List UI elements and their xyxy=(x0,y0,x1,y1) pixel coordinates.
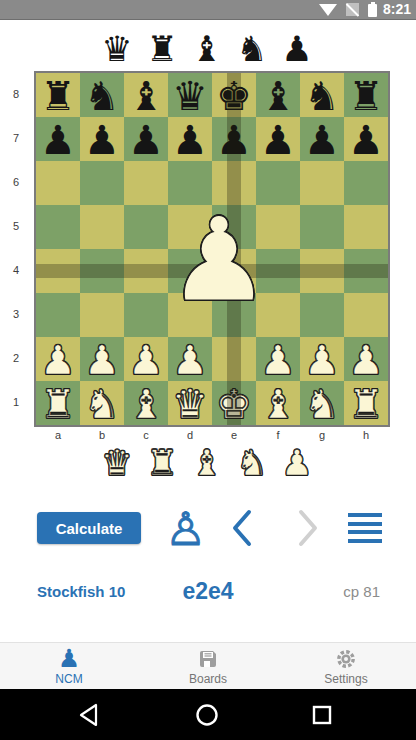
tab-boards-label: Boards xyxy=(163,672,253,686)
previous-move-icon[interactable] xyxy=(229,508,255,548)
white-bishop-picker[interactable]: ♝ xyxy=(185,444,229,482)
square-h1[interactable]: ♜ xyxy=(344,381,388,425)
white-pawn-f2[interactable]: ♟ xyxy=(256,337,300,381)
white-king-e1[interactable]: ♚ xyxy=(212,381,256,425)
square-b5[interactable] xyxy=(80,205,124,249)
battery-icon xyxy=(368,4,377,17)
square-f1[interactable]: ♝ xyxy=(256,381,300,425)
status-bar: 8:21 xyxy=(0,0,416,20)
no-sim-icon xyxy=(346,3,359,16)
square-b1[interactable]: ♞ xyxy=(80,381,124,425)
white-pawn-d2[interactable]: ♟ xyxy=(168,337,212,381)
square-f2[interactable]: ♟ xyxy=(256,337,300,381)
black-piece-picker: ♛♜♝♞♟ xyxy=(95,30,321,68)
white-pawn-c2[interactable]: ♟ xyxy=(124,337,168,381)
save-icon xyxy=(163,646,253,672)
square-e7[interactable]: ♟ xyxy=(212,117,256,161)
black-pawn-picker[interactable]: ♟ xyxy=(275,30,319,68)
square-e2[interactable] xyxy=(212,337,256,381)
file-label-g: g xyxy=(314,429,330,443)
square-b2[interactable]: ♟ xyxy=(80,337,124,381)
square-a5[interactable] xyxy=(36,205,80,249)
square-g5[interactable] xyxy=(300,205,344,249)
black-pawn-a7[interactable]: ♟ xyxy=(36,117,80,161)
white-knight-b1[interactable]: ♞ xyxy=(80,381,124,425)
white-rook-picker[interactable]: ♜ xyxy=(140,444,184,482)
square-a3[interactable] xyxy=(36,293,80,337)
rank-label-4: 4 xyxy=(8,264,24,278)
file-label-a: a xyxy=(50,429,66,443)
gear-icon xyxy=(301,646,391,672)
wifi-icon xyxy=(319,4,337,16)
square-a8[interactable]: ♜ xyxy=(36,73,80,117)
tab-bar: ♟ NCM Boards xyxy=(0,642,416,690)
white-piece-picker: ♛♜♝♞♟ xyxy=(95,444,321,482)
square-f8[interactable]: ♝ xyxy=(256,73,300,117)
rank-label-3: 3 xyxy=(8,308,24,322)
square-d7[interactable]: ♟ xyxy=(168,117,212,161)
black-queen-d8[interactable]: ♛ xyxy=(168,73,212,117)
white-knight-g1[interactable]: ♞ xyxy=(300,381,344,425)
square-a2[interactable]: ♟ xyxy=(36,337,80,381)
floating-white-pawn[interactable]: ♟ xyxy=(159,209,279,309)
square-e1[interactable]: ♚ xyxy=(212,381,256,425)
file-label-f: f xyxy=(270,429,286,443)
tab-ncm-label: NCM xyxy=(24,672,114,686)
square-b6[interactable] xyxy=(80,161,124,205)
home-icon[interactable] xyxy=(194,702,220,728)
rank-label-1: 1 xyxy=(8,396,24,410)
white-bishop-c1[interactable]: ♝ xyxy=(124,381,168,425)
next-move-icon[interactable] xyxy=(295,508,321,548)
white-queen-d1[interactable]: ♛ xyxy=(168,381,212,425)
square-g6[interactable] xyxy=(300,161,344,205)
square-b3[interactable] xyxy=(80,293,124,337)
file-label-c: c xyxy=(138,429,154,443)
menu-icon[interactable] xyxy=(348,513,382,543)
black-pawn-f7[interactable]: ♟ xyxy=(256,117,300,161)
black-knight-b8[interactable]: ♞ xyxy=(80,73,124,117)
square-a1[interactable]: ♜ xyxy=(36,381,80,425)
white-pawn-turn-icon[interactable]: ♙ xyxy=(165,503,203,553)
black-king-e8[interactable]: ♚ xyxy=(212,73,256,117)
square-f7[interactable]: ♟ xyxy=(256,117,300,161)
black-pawn-h7[interactable]: ♟ xyxy=(344,117,388,161)
black-pawn-g7[interactable]: ♟ xyxy=(300,117,344,161)
square-a4[interactable] xyxy=(36,249,80,293)
square-c7[interactable]: ♟ xyxy=(124,117,168,161)
android-nav-bar xyxy=(0,689,416,740)
black-rook-h8[interactable]: ♜ xyxy=(344,73,388,117)
square-g2[interactable]: ♟ xyxy=(300,337,344,381)
chess-board: ♜♞♝♛♚♝♞♜♟♟♟♟♟♟♟♟♟♟♟♟♟♟♟♜♞♝♛♚♝♞♜ ♟ xyxy=(34,71,390,427)
file-label-b: b xyxy=(94,429,110,443)
file-label-d: d xyxy=(182,429,198,443)
square-c2[interactable]: ♟ xyxy=(124,337,168,381)
white-pawn-picker[interactable]: ♟ xyxy=(275,444,319,482)
square-h7[interactable]: ♟ xyxy=(344,117,388,161)
square-c8[interactable]: ♝ xyxy=(124,73,168,117)
black-rook-picker[interactable]: ♜ xyxy=(140,30,184,68)
square-g7[interactable]: ♟ xyxy=(300,117,344,161)
square-g8[interactable]: ♞ xyxy=(300,73,344,117)
white-pawn-h2[interactable]: ♟ xyxy=(344,337,388,381)
evaluation-score: cp 81 xyxy=(343,583,380,600)
square-d2[interactable]: ♟ xyxy=(168,337,212,381)
file-label-e: e xyxy=(226,429,242,443)
rank-label-7: 7 xyxy=(8,132,24,146)
square-g4[interactable] xyxy=(300,249,344,293)
square-d8[interactable]: ♛ xyxy=(168,73,212,117)
white-pawn-b2[interactable]: ♟ xyxy=(80,337,124,381)
black-queen-picker[interactable]: ♛ xyxy=(95,30,139,68)
white-rook-a1[interactable]: ♜ xyxy=(36,381,80,425)
black-bishop-picker[interactable]: ♝ xyxy=(185,30,229,68)
tab-ncm[interactable]: ♟ NCM xyxy=(24,643,114,690)
black-pawn-c7[interactable]: ♟ xyxy=(124,117,168,161)
white-bishop-f1[interactable]: ♝ xyxy=(256,381,300,425)
square-h6[interactable] xyxy=(344,161,388,205)
black-pawn-b7[interactable]: ♟ xyxy=(80,117,124,161)
status-time: 8:21 xyxy=(383,1,411,17)
app-screen: 8:21 ♛♜♝♞♟ ♜♞♝♛♚♝♞♜♟♟♟♟♟♟♟♟♟♟♟♟♟♟♟♜♞♝♛♚♝… xyxy=(0,0,416,740)
square-g3[interactable] xyxy=(300,293,344,337)
black-knight-picker[interactable]: ♞ xyxy=(230,30,274,68)
rank-label-5: 5 xyxy=(8,220,24,234)
rank-label-6: 6 xyxy=(8,176,24,190)
square-a7[interactable]: ♟ xyxy=(36,117,80,161)
square-h2[interactable]: ♟ xyxy=(344,337,388,381)
recents-icon[interactable] xyxy=(309,702,335,728)
black-pawn-d7[interactable]: ♟ xyxy=(168,117,212,161)
tab-settings[interactable]: Settings xyxy=(301,643,391,690)
square-c6[interactable] xyxy=(124,161,168,205)
rank-label-8: 8 xyxy=(8,88,24,102)
white-queen-picker[interactable]: ♛ xyxy=(95,444,139,482)
square-b4[interactable] xyxy=(80,249,124,293)
square-g1[interactable]: ♞ xyxy=(300,381,344,425)
square-h5[interactable] xyxy=(344,205,388,249)
white-pawn-g2[interactable]: ♟ xyxy=(300,337,344,381)
black-rook-a8[interactable]: ♜ xyxy=(36,73,80,117)
square-c1[interactable]: ♝ xyxy=(124,381,168,425)
back-icon[interactable] xyxy=(77,702,103,728)
file-label-h: h xyxy=(358,429,374,443)
pawn-icon: ♟ xyxy=(24,646,114,672)
square-a6[interactable] xyxy=(36,161,80,205)
square-e8[interactable]: ♚ xyxy=(212,73,256,117)
square-b8[interactable]: ♞ xyxy=(80,73,124,117)
rank-label-2: 2 xyxy=(8,352,24,366)
white-rook-h1[interactable]: ♜ xyxy=(344,381,388,425)
black-knight-g8[interactable]: ♞ xyxy=(300,73,344,117)
square-d1[interactable]: ♛ xyxy=(168,381,212,425)
white-pawn-a2[interactable]: ♟ xyxy=(36,337,80,381)
square-b7[interactable]: ♟ xyxy=(80,117,124,161)
square-h4[interactable] xyxy=(344,249,388,293)
black-bishop-f8[interactable]: ♝ xyxy=(256,73,300,117)
calculate-button[interactable]: Calculate xyxy=(37,512,141,544)
white-knight-picker[interactable]: ♞ xyxy=(230,444,274,482)
tab-settings-label: Settings xyxy=(301,672,391,686)
black-pawn-e7[interactable]: ♟ xyxy=(212,117,256,161)
square-h8[interactable]: ♜ xyxy=(344,73,388,117)
tab-boards[interactable]: Boards xyxy=(163,643,253,690)
black-bishop-c8[interactable]: ♝ xyxy=(124,73,168,117)
square-h3[interactable] xyxy=(344,293,388,337)
